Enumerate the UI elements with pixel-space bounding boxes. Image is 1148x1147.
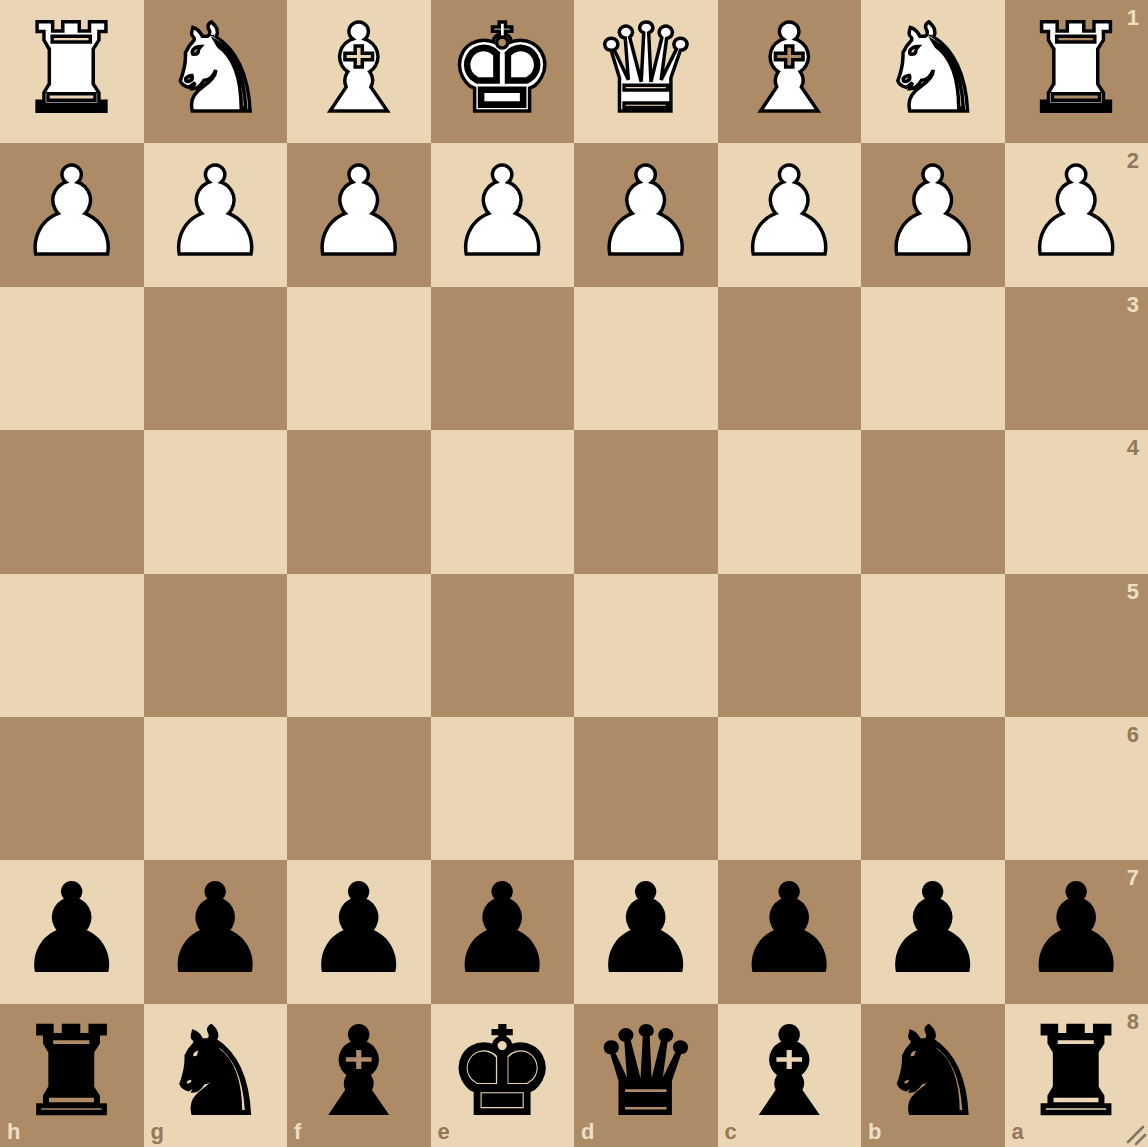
square-d5[interactable] [574, 574, 718, 717]
square-e6[interactable] [431, 717, 575, 860]
square-f2[interactable]: ♟ [287, 143, 431, 286]
piece-white-pawn[interactable]: ♟ [17, 151, 126, 273]
square-e5[interactable] [431, 574, 575, 717]
square-c5[interactable] [718, 574, 862, 717]
square-c1[interactable]: ♝ [718, 0, 862, 143]
square-a7[interactable]: ♟7 [1005, 860, 1148, 1003]
piece-black-king[interactable]: ♚ [448, 1011, 557, 1133]
square-f3[interactable] [287, 287, 431, 430]
square-f6[interactable] [287, 717, 431, 860]
rank-label-8: 8 [1127, 1011, 1139, 1033]
square-a5[interactable]: 5 [1005, 574, 1148, 717]
square-b6[interactable] [861, 717, 1005, 860]
resize-handle[interactable] [1125, 1124, 1147, 1146]
piece-white-pawn[interactable]: ♟ [735, 151, 844, 273]
square-f4[interactable] [287, 430, 431, 573]
square-d7[interactable]: ♟ [574, 860, 718, 1003]
square-a2[interactable]: ♟2 [1005, 143, 1148, 286]
square-c8[interactable]: ♝c [718, 1004, 862, 1147]
piece-white-pawn[interactable]: ♟ [304, 151, 413, 273]
piece-black-pawn[interactable]: ♟ [735, 868, 844, 990]
square-f7[interactable]: ♟ [287, 860, 431, 1003]
piece-white-knight[interactable]: ♞ [161, 8, 270, 130]
rank-label-5: 5 [1127, 581, 1139, 603]
piece-black-pawn[interactable]: ♟ [448, 868, 557, 990]
square-d1[interactable]: ♛ [574, 0, 718, 143]
piece-white-queen[interactable]: ♛ [591, 8, 700, 130]
square-a6[interactable]: 6 [1005, 717, 1148, 860]
square-c2[interactable]: ♟ [718, 143, 862, 286]
file-label-c: c [725, 1121, 737, 1143]
square-e1[interactable]: ♚ [431, 0, 575, 143]
piece-white-knight[interactable]: ♞ [878, 8, 987, 130]
square-g1[interactable]: ♞ [144, 0, 288, 143]
square-h2[interactable]: ♟ [0, 143, 144, 286]
square-b8[interactable]: ♞b [861, 1004, 1005, 1147]
square-c3[interactable] [718, 287, 862, 430]
square-a3[interactable]: 3 [1005, 287, 1148, 430]
rank-label-3: 3 [1127, 294, 1139, 316]
square-g2[interactable]: ♟ [144, 143, 288, 286]
square-g7[interactable]: ♟ [144, 860, 288, 1003]
rank-label-4: 4 [1127, 437, 1139, 459]
square-d8[interactable]: ♛d [574, 1004, 718, 1147]
square-e4[interactable] [431, 430, 575, 573]
file-label-e: e [438, 1121, 450, 1143]
square-h5[interactable] [0, 574, 144, 717]
piece-black-pawn[interactable]: ♟ [878, 868, 987, 990]
file-label-b: b [868, 1121, 881, 1143]
square-b2[interactable]: ♟ [861, 143, 1005, 286]
square-d6[interactable] [574, 717, 718, 860]
piece-black-knight[interactable]: ♞ [161, 1011, 270, 1133]
square-c6[interactable] [718, 717, 862, 860]
square-h4[interactable] [0, 430, 144, 573]
piece-white-pawn[interactable]: ♟ [161, 151, 270, 273]
rank-label-1: 1 [1127, 7, 1139, 29]
piece-black-pawn[interactable]: ♟ [161, 868, 270, 990]
square-b4[interactable] [861, 430, 1005, 573]
piece-white-pawn[interactable]: ♟ [1022, 151, 1131, 273]
piece-black-pawn[interactable]: ♟ [1022, 868, 1131, 990]
file-label-f: f [294, 1121, 301, 1143]
file-label-a: a [1012, 1121, 1024, 1143]
square-e7[interactable]: ♟ [431, 860, 575, 1003]
square-d4[interactable] [574, 430, 718, 573]
square-e8[interactable]: ♚e [431, 1004, 575, 1147]
piece-black-rook[interactable]: ♜ [17, 1011, 126, 1133]
square-h7[interactable]: ♟ [0, 860, 144, 1003]
square-f5[interactable] [287, 574, 431, 717]
square-b1[interactable]: ♞ [861, 0, 1005, 143]
piece-white-bishop[interactable]: ♝ [304, 8, 413, 130]
square-a1[interactable]: ♜1 [1005, 0, 1148, 143]
piece-black-pawn[interactable]: ♟ [304, 868, 413, 990]
square-h3[interactable] [0, 287, 144, 430]
piece-black-queen[interactable]: ♛ [591, 1011, 700, 1133]
piece-white-pawn[interactable]: ♟ [591, 151, 700, 273]
file-label-d: d [581, 1121, 594, 1143]
square-h8[interactable]: ♜h [0, 1004, 144, 1147]
square-a4[interactable]: 4 [1005, 430, 1148, 573]
piece-black-pawn[interactable]: ♟ [591, 868, 700, 990]
square-g6[interactable] [144, 717, 288, 860]
piece-black-bishop[interactable]: ♝ [304, 1011, 413, 1133]
square-b3[interactable] [861, 287, 1005, 430]
square-c7[interactable]: ♟ [718, 860, 862, 1003]
square-h1[interactable]: ♜ [0, 0, 144, 143]
square-g3[interactable] [144, 287, 288, 430]
piece-white-pawn[interactable]: ♟ [878, 151, 987, 273]
square-g5[interactable] [144, 574, 288, 717]
piece-white-bishop[interactable]: ♝ [735, 8, 844, 130]
square-c4[interactable] [718, 430, 862, 573]
chess-board: ♜♞♝♚♛♝♞♜1♟♟♟♟♟♟♟♟23456♟♟♟♟♟♟♟♟7♜h♞g♝f♚e♛… [0, 0, 1148, 1147]
square-f8[interactable]: ♝f [287, 1004, 431, 1147]
square-d3[interactable] [574, 287, 718, 430]
piece-black-pawn[interactable]: ♟ [17, 868, 126, 990]
piece-black-knight[interactable]: ♞ [878, 1011, 987, 1133]
square-e2[interactable]: ♟ [431, 143, 575, 286]
file-label-g: g [151, 1121, 164, 1143]
piece-black-bishop[interactable]: ♝ [735, 1011, 844, 1133]
square-b7[interactable]: ♟ [861, 860, 1005, 1003]
square-g8[interactable]: ♞g [144, 1004, 288, 1147]
rank-label-7: 7 [1127, 867, 1139, 889]
square-f1[interactable]: ♝ [287, 0, 431, 143]
rank-label-2: 2 [1127, 150, 1139, 172]
piece-white-pawn[interactable]: ♟ [448, 151, 557, 273]
rank-label-6: 6 [1127, 724, 1139, 746]
file-label-h: h [7, 1121, 20, 1143]
piece-white-rook[interactable]: ♜ [17, 8, 126, 130]
piece-white-rook[interactable]: ♜ [1022, 8, 1131, 130]
square-d2[interactable]: ♟ [574, 143, 718, 286]
square-e3[interactable] [431, 287, 575, 430]
square-b5[interactable] [861, 574, 1005, 717]
square-g4[interactable] [144, 430, 288, 573]
square-h6[interactable] [0, 717, 144, 860]
piece-white-king[interactable]: ♚ [448, 8, 557, 130]
piece-black-rook[interactable]: ♜ [1022, 1011, 1131, 1133]
